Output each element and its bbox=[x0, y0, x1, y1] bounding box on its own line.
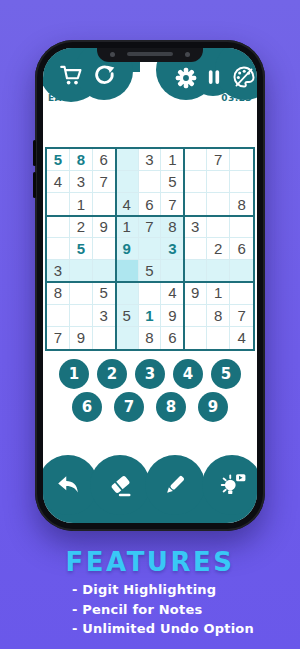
cell-r1c1[interactable]: 5 bbox=[47, 149, 70, 171]
numpad-row-1: 12345 bbox=[43, 359, 257, 389]
cell-r9c9[interactable]: 4 bbox=[230, 327, 253, 349]
cell-r5c6[interactable]: 3 bbox=[161, 238, 184, 260]
cell-r2c7[interactable] bbox=[184, 171, 207, 193]
phone-screen: EASY 03:23 58631743751467829178359326358… bbox=[43, 48, 257, 523]
cell-r9c7[interactable] bbox=[184, 327, 207, 349]
cell-r8c9[interactable]: 7 bbox=[230, 305, 253, 327]
hint-video-icon[interactable] bbox=[218, 471, 246, 499]
cell-r4c4[interactable]: 1 bbox=[116, 216, 139, 238]
cell-r1c3[interactable]: 6 bbox=[93, 149, 116, 171]
cell-r7c8[interactable]: 1 bbox=[207, 282, 230, 304]
cell-r6c9[interactable] bbox=[230, 260, 253, 282]
cell-r8c8[interactable]: 8 bbox=[207, 305, 230, 327]
cell-r6c7[interactable] bbox=[184, 260, 207, 282]
timer-label: 03:23 bbox=[221, 93, 252, 103]
cell-r2c5[interactable] bbox=[139, 171, 162, 193]
cell-r1c9[interactable] bbox=[230, 149, 253, 171]
cell-r5c2[interactable]: 5 bbox=[70, 238, 93, 260]
cell-r2c6[interactable]: 5 bbox=[161, 171, 184, 193]
box-divider bbox=[183, 149, 185, 349]
cell-r8c2[interactable] bbox=[70, 305, 93, 327]
cell-r4c1[interactable] bbox=[47, 216, 70, 238]
cell-r7c3[interactable]: 5 bbox=[93, 282, 116, 304]
cell-r3c6[interactable]: 7 bbox=[161, 193, 184, 215]
numpad-button-2[interactable]: 2 bbox=[97, 359, 127, 389]
numpad-button-3[interactable]: 3 bbox=[135, 359, 165, 389]
cell-r5c7[interactable] bbox=[184, 238, 207, 260]
phone-notch bbox=[97, 48, 203, 62]
cell-r1c6[interactable]: 1 bbox=[161, 149, 184, 171]
settings-icon[interactable] bbox=[173, 65, 199, 91]
cell-r7c4[interactable] bbox=[116, 282, 139, 304]
cell-r1c2[interactable]: 8 bbox=[70, 149, 93, 171]
feature-item: - Unlimited Undo Option bbox=[72, 619, 254, 639]
pencil-icon[interactable] bbox=[161, 471, 189, 499]
cell-r2c3[interactable]: 7 bbox=[93, 171, 116, 193]
cell-r9c5[interactable]: 8 bbox=[139, 327, 162, 349]
cell-r5c1[interactable] bbox=[47, 238, 70, 260]
cell-r3c8[interactable] bbox=[207, 193, 230, 215]
numpad-row-2: 6789 bbox=[43, 392, 257, 422]
features-title: FEATURES bbox=[0, 547, 300, 577]
cell-r1c4[interactable] bbox=[116, 149, 139, 171]
cell-r3c1[interactable] bbox=[47, 193, 70, 215]
cell-r2c9[interactable] bbox=[230, 171, 253, 193]
cell-r4c6[interactable]: 8 bbox=[161, 216, 184, 238]
feature-item: - Pencil for Notes bbox=[72, 600, 254, 620]
cell-r8c1[interactable] bbox=[47, 305, 70, 327]
cell-r9c4[interactable] bbox=[116, 327, 139, 349]
cell-r1c5[interactable]: 3 bbox=[139, 149, 162, 171]
cell-r3c3[interactable] bbox=[93, 193, 116, 215]
cell-r6c4[interactable] bbox=[116, 260, 139, 282]
cell-r6c6[interactable] bbox=[161, 260, 184, 282]
cell-r8c4[interactable]: 5 bbox=[116, 305, 139, 327]
restart-icon[interactable] bbox=[92, 63, 118, 89]
difficulty-label: EASY bbox=[48, 93, 76, 103]
phone-frame: EASY 03:23 58631743751467829178359326358… bbox=[35, 40, 265, 531]
numpad-button-4[interactable]: 4 bbox=[173, 359, 203, 389]
box-divider bbox=[47, 215, 253, 217]
cell-r7c5[interactable] bbox=[139, 282, 162, 304]
cell-r8c7[interactable] bbox=[184, 305, 207, 327]
box-divider bbox=[47, 281, 253, 283]
cell-r9c6[interactable]: 6 bbox=[161, 327, 184, 349]
cell-r6c3[interactable] bbox=[93, 260, 116, 282]
cell-r3c7[interactable] bbox=[184, 193, 207, 215]
cell-r9c2[interactable]: 9 bbox=[70, 327, 93, 349]
cell-r6c5[interactable]: 5 bbox=[139, 260, 162, 282]
speaker-slot bbox=[127, 52, 173, 56]
volume-down-button bbox=[33, 172, 36, 198]
cell-r3c2[interactable]: 1 bbox=[70, 193, 93, 215]
cell-r3c9[interactable]: 8 bbox=[230, 193, 253, 215]
cell-r8c5[interactable]: 1 bbox=[139, 305, 162, 327]
box-divider bbox=[115, 149, 117, 349]
cell-r5c3[interactable] bbox=[93, 238, 116, 260]
undo-icon[interactable] bbox=[54, 471, 82, 499]
numpad-button-9[interactable]: 9 bbox=[198, 392, 228, 422]
volume-up-button bbox=[33, 140, 36, 166]
cell-r8c3[interactable]: 3 bbox=[93, 305, 116, 327]
cell-r7c2[interactable] bbox=[70, 282, 93, 304]
cell-r1c7[interactable] bbox=[184, 149, 207, 171]
cell-r8c6[interactable]: 9 bbox=[161, 305, 184, 327]
cell-r6c2[interactable] bbox=[70, 260, 93, 282]
cell-r4c2[interactable]: 2 bbox=[70, 216, 93, 238]
pause-icon[interactable] bbox=[203, 66, 225, 88]
cell-r4c3[interactable]: 9 bbox=[93, 216, 116, 238]
feature-item: - Digit Highlighting bbox=[72, 580, 254, 600]
cell-r9c3[interactable] bbox=[93, 327, 116, 349]
cell-r5c9[interactable]: 6 bbox=[230, 238, 253, 260]
cell-r3c5[interactable]: 6 bbox=[139, 193, 162, 215]
numpad-button-7[interactable]: 7 bbox=[114, 392, 144, 422]
cell-r9c8[interactable] bbox=[207, 327, 230, 349]
numpad-button-8[interactable]: 8 bbox=[156, 392, 186, 422]
cell-r7c6[interactable]: 4 bbox=[161, 282, 184, 304]
camera-dot bbox=[185, 52, 190, 57]
cell-r2c4[interactable] bbox=[116, 171, 139, 193]
cell-r5c4[interactable]: 9 bbox=[116, 238, 139, 260]
cell-r6c1[interactable]: 3 bbox=[47, 260, 70, 282]
sudoku-board: 5863174375146782917835932635854913519877… bbox=[45, 147, 255, 351]
cell-r7c1[interactable]: 8 bbox=[47, 282, 70, 304]
cell-r7c7[interactable]: 9 bbox=[184, 282, 207, 304]
numpad-button-6[interactable]: 6 bbox=[72, 392, 102, 422]
cell-r4c5[interactable]: 7 bbox=[139, 216, 162, 238]
cell-r2c2[interactable]: 3 bbox=[70, 171, 93, 193]
cell-r3c4[interactable]: 4 bbox=[116, 193, 139, 215]
cell-r2c1[interactable]: 4 bbox=[47, 171, 70, 193]
numpad-button-5[interactable]: 5 bbox=[211, 359, 241, 389]
cell-r5c5[interactable] bbox=[139, 238, 162, 260]
cell-r9c1[interactable]: 7 bbox=[47, 327, 70, 349]
cell-r1c8[interactable]: 7 bbox=[207, 149, 230, 171]
eraser-icon[interactable] bbox=[106, 471, 134, 499]
cell-r7c9[interactable] bbox=[230, 282, 253, 304]
cell-r5c8[interactable]: 2 bbox=[207, 238, 230, 260]
bottom-toolbar bbox=[43, 477, 257, 523]
palette-icon[interactable] bbox=[231, 64, 257, 90]
cell-r6c8[interactable] bbox=[207, 260, 230, 282]
cart-icon[interactable] bbox=[58, 62, 84, 88]
camera-dot bbox=[110, 52, 115, 57]
cell-r4c7[interactable]: 3 bbox=[184, 216, 207, 238]
numpad-button-1[interactable]: 1 bbox=[59, 359, 89, 389]
cell-r2c8[interactable] bbox=[207, 171, 230, 193]
cell-r4c9[interactable] bbox=[230, 216, 253, 238]
features-list: - Digit Highlighting- Pencil for Notes- … bbox=[72, 580, 254, 639]
app-store-screenshot: EASY 03:23 58631743751467829178359326358… bbox=[0, 0, 300, 649]
cell-r4c8[interactable] bbox=[207, 216, 230, 238]
